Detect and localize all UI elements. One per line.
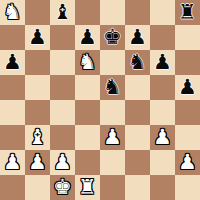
square-f4[interactable] bbox=[125, 100, 150, 125]
square-d6[interactable]: ♞ bbox=[75, 50, 100, 75]
square-g6[interactable]: ♟ bbox=[150, 50, 175, 75]
square-b6[interactable] bbox=[25, 50, 50, 75]
square-a7[interactable] bbox=[0, 25, 25, 50]
piece-black-pawn[interactable]: ♟ bbox=[178, 75, 197, 100]
square-b4[interactable] bbox=[25, 100, 50, 125]
square-c7[interactable] bbox=[50, 25, 75, 50]
square-d4[interactable] bbox=[75, 100, 100, 125]
square-d2[interactable] bbox=[75, 150, 100, 175]
piece-black-king[interactable]: ♚ bbox=[103, 25, 122, 50]
square-f7[interactable]: ♟ bbox=[125, 25, 150, 50]
square-f2[interactable] bbox=[125, 150, 150, 175]
square-g5[interactable] bbox=[150, 75, 175, 100]
piece-white-pawn[interactable]: ♟ bbox=[103, 125, 122, 150]
piece-white-pawn[interactable]: ♟ bbox=[3, 150, 22, 175]
square-c3[interactable] bbox=[50, 125, 75, 150]
piece-white-pawn[interactable]: ♟ bbox=[178, 150, 197, 175]
square-g1[interactable] bbox=[150, 175, 175, 200]
square-e6[interactable] bbox=[100, 50, 125, 75]
square-c8[interactable]: ♝ bbox=[50, 0, 75, 25]
square-b2[interactable]: ♟ bbox=[25, 150, 50, 175]
piece-black-bishop[interactable]: ♝ bbox=[53, 0, 72, 25]
square-a2[interactable]: ♟ bbox=[0, 150, 25, 175]
square-h1[interactable] bbox=[175, 175, 200, 200]
square-h7[interactable] bbox=[175, 25, 200, 50]
square-g3[interactable]: ♟ bbox=[150, 125, 175, 150]
piece-black-rook[interactable]: ♜ bbox=[178, 0, 197, 25]
square-a4[interactable] bbox=[0, 100, 25, 125]
square-d1[interactable]: ♜ bbox=[75, 175, 100, 200]
square-g4[interactable] bbox=[150, 100, 175, 125]
piece-black-pawn[interactable]: ♟ bbox=[78, 25, 97, 50]
piece-white-knight[interactable]: ♞ bbox=[78, 50, 97, 75]
square-f6[interactable]: ♞ bbox=[125, 50, 150, 75]
piece-white-pawn[interactable]: ♟ bbox=[53, 150, 72, 175]
square-f8[interactable] bbox=[125, 0, 150, 25]
piece-black-knight[interactable]: ♞ bbox=[128, 50, 147, 75]
piece-black-pawn[interactable]: ♟ bbox=[153, 50, 172, 75]
piece-white-bishop[interactable]: ♝ bbox=[28, 125, 47, 150]
square-g2[interactable] bbox=[150, 150, 175, 175]
piece-black-pawn[interactable]: ♟ bbox=[128, 25, 147, 50]
piece-black-knight[interactable]: ♞ bbox=[103, 75, 122, 100]
square-e1[interactable] bbox=[100, 175, 125, 200]
square-h4[interactable] bbox=[175, 100, 200, 125]
square-e8[interactable] bbox=[100, 0, 125, 25]
square-a8[interactable]: ♞ bbox=[0, 0, 25, 25]
square-c4[interactable] bbox=[50, 100, 75, 125]
piece-white-knight[interactable]: ♞ bbox=[3, 0, 22, 25]
square-e7[interactable]: ♚ bbox=[100, 25, 125, 50]
square-b5[interactable] bbox=[25, 75, 50, 100]
square-h5[interactable]: ♟ bbox=[175, 75, 200, 100]
square-e4[interactable] bbox=[100, 100, 125, 125]
square-h8[interactable]: ♜ bbox=[175, 0, 200, 25]
square-d7[interactable]: ♟ bbox=[75, 25, 100, 50]
square-c1[interactable]: ♚ bbox=[50, 175, 75, 200]
square-e2[interactable] bbox=[100, 150, 125, 175]
piece-white-king[interactable]: ♚ bbox=[53, 175, 72, 200]
square-b8[interactable] bbox=[25, 0, 50, 25]
square-a1[interactable] bbox=[0, 175, 25, 200]
square-b1[interactable] bbox=[25, 175, 50, 200]
square-h2[interactable]: ♟ bbox=[175, 150, 200, 175]
square-b3[interactable]: ♝ bbox=[25, 125, 50, 150]
square-g7[interactable] bbox=[150, 25, 175, 50]
square-a5[interactable] bbox=[0, 75, 25, 100]
square-f3[interactable] bbox=[125, 125, 150, 150]
square-c5[interactable] bbox=[50, 75, 75, 100]
square-f5[interactable] bbox=[125, 75, 150, 100]
square-b7[interactable]: ♟ bbox=[25, 25, 50, 50]
piece-black-pawn[interactable]: ♟ bbox=[28, 25, 47, 50]
piece-white-rook[interactable]: ♜ bbox=[78, 175, 97, 200]
square-d8[interactable] bbox=[75, 0, 100, 25]
piece-white-pawn[interactable]: ♟ bbox=[28, 150, 47, 175]
piece-white-pawn[interactable]: ♟ bbox=[153, 125, 172, 150]
piece-black-pawn[interactable]: ♟ bbox=[3, 50, 22, 75]
square-c6[interactable] bbox=[50, 50, 75, 75]
square-h3[interactable] bbox=[175, 125, 200, 150]
square-g8[interactable] bbox=[150, 0, 175, 25]
square-e5[interactable]: ♞ bbox=[100, 75, 125, 100]
square-c2[interactable]: ♟ bbox=[50, 150, 75, 175]
square-e3[interactable]: ♟ bbox=[100, 125, 125, 150]
chess-board: ♞♝♜♟♟♚♟♟♞♞♟♞♟♝♟♟♟♟♟♟♚♜ bbox=[0, 0, 200, 200]
square-d5[interactable] bbox=[75, 75, 100, 100]
square-f1[interactable] bbox=[125, 175, 150, 200]
square-a6[interactable]: ♟ bbox=[0, 50, 25, 75]
square-d3[interactable] bbox=[75, 125, 100, 150]
square-a3[interactable] bbox=[0, 125, 25, 150]
square-h6[interactable] bbox=[175, 50, 200, 75]
